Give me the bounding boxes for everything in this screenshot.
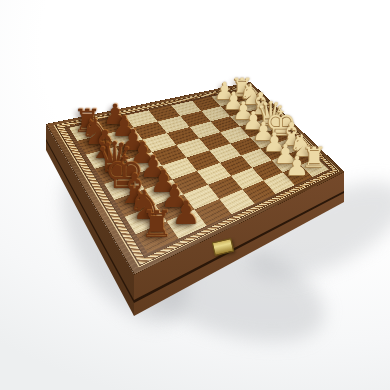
white-pawn-h2: ♟ — [285, 153, 309, 180]
chess-set-photo: ♜♞♝♛♚♝♞♜♟♟♟♟♟♟♟♟♟♟♟♟♟♟♟♟♜♞♝♛♚♝♞♜ — [0, 0, 390, 390]
black-pawn-h7: ♟ — [172, 197, 201, 229]
black-rook-h8: ♜ — [140, 206, 173, 243]
